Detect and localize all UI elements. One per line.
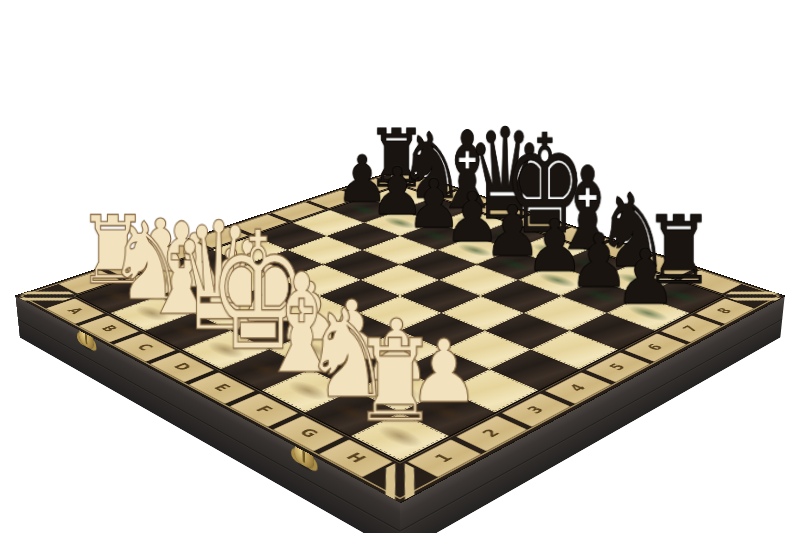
file-label-e: E <box>211 383 233 393</box>
chess-board-frame: ABCDEFGH 87654321 ♜♞♝♛♚♝♞♜♟♟♟♟♟♟♟♟♟♟♟♟♟♟… <box>15 169 784 503</box>
rook-glyph: ♜ <box>352 324 438 438</box>
piece-black-pawn-h7: ♟ <box>611 238 679 314</box>
file-label-f: F <box>252 404 275 415</box>
brass-clasp <box>78 325 94 351</box>
file-label-g: G <box>296 427 321 439</box>
rank-label-7: 7 <box>681 324 702 333</box>
rank-label-3: 3 <box>525 404 548 415</box>
chess-set-photo: ABCDEFGH 87654321 ♜♞♝♛♚♝♞♜♟♟♟♟♟♟♟♟♟♟♟♟♟♟… <box>0 0 800 533</box>
rank-label-8: 8 <box>715 307 735 315</box>
rank-label-6: 6 <box>645 343 666 352</box>
file-label-a: A <box>64 307 85 316</box>
board-tilt-wrapper: ABCDEFGH 87654321 ♜♞♝♛♚♝♞♜♟♟♟♟♟♟♟♟♟♟♟♟♟♟… <box>15 169 784 503</box>
rank-label-2: 2 <box>480 427 503 438</box>
square-f6 <box>481 280 562 313</box>
rank-label-5: 5 <box>607 362 629 372</box>
rank-label-1: 1 <box>432 452 456 464</box>
file-label-h: H <box>343 451 369 464</box>
piece-white-rook-h1: ♜ <box>344 324 446 438</box>
rank-label-4: 4 <box>567 383 589 393</box>
pawn-glyph: ♟ <box>614 238 677 314</box>
file-label-b: B <box>98 324 119 333</box>
